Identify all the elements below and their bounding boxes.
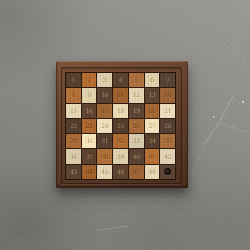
board-cell-4: 4 (113, 73, 128, 87)
cell-number: 13 (149, 92, 156, 98)
cell-number: 26 (133, 123, 140, 129)
board-cell-27: 27 (145, 119, 160, 133)
board-cell-38: 38 (97, 149, 112, 163)
board-cell-31: 31 (97, 134, 112, 148)
board-cell-28: 28 (160, 119, 175, 133)
cell-number: 3 (103, 77, 106, 83)
cell-number: 1 (72, 77, 75, 83)
board-cell-40: 40 (129, 149, 144, 163)
board-cell-15: 15 (66, 104, 81, 118)
board-cell-29: 29 (66, 134, 81, 148)
board-cell-39: 39 (113, 149, 128, 163)
board-cell-23: 23 (82, 119, 97, 133)
board-cell-8: 8 (66, 88, 81, 102)
cell-number: 4 (119, 77, 122, 83)
board-cell-37: 37 (82, 149, 97, 163)
photo-scene: 1234567891011121314151617181920212223242… (0, 0, 250, 250)
cell-number: 20 (149, 108, 156, 114)
cell-number: 17 (101, 108, 108, 114)
cell-number: 18 (117, 108, 124, 114)
board-grid: 1234567891011121314151617181920212223242… (65, 72, 176, 180)
board-cell-33: 33 (129, 134, 144, 148)
black-peg (164, 168, 171, 175)
board-cell-47: 47 (129, 165, 144, 179)
cell-number: 10 (101, 92, 108, 98)
cell-number: 11 (117, 92, 124, 98)
cell-number: 6 (150, 77, 153, 83)
cell-number: 22 (70, 123, 77, 129)
cell-number: 42 (164, 154, 171, 160)
wooden-number-board: 1234567891011121314151617181920212223242… (56, 61, 188, 188)
cell-number: 15 (70, 108, 77, 114)
cell-number: 37 (86, 154, 93, 160)
board-cell-25: 25 (113, 119, 128, 133)
board-cell-34: 34 (145, 134, 160, 148)
cell-number: 27 (149, 123, 156, 129)
cell-number: 24 (101, 123, 108, 129)
cell-number: 34 (149, 138, 156, 144)
board-cell-19: 19 (129, 104, 144, 118)
cell-number: 45 (101, 169, 108, 175)
cell-number: 2 (87, 77, 90, 83)
board-cell-43: 43 (66, 165, 81, 179)
board-cell-48: 48 (145, 165, 160, 179)
cell-number: 40 (133, 154, 140, 160)
cell-number: 9 (87, 92, 90, 98)
board-cell-9: 9 (82, 88, 97, 102)
cell-number: 38 (101, 154, 108, 160)
cell-number: 29 (70, 138, 77, 144)
board-cell-7: 7 (160, 73, 175, 87)
cell-number: 16 (86, 108, 93, 114)
cell-number: 12 (133, 92, 140, 98)
board-cell-13: 13 (145, 88, 160, 102)
board-cell-32: 32 (113, 134, 128, 148)
cell-number: 32 (117, 138, 124, 144)
board-cell-16: 16 (82, 104, 97, 118)
cell-number: 8 (72, 92, 75, 98)
board-cell-41: 41 (145, 149, 160, 163)
cell-number: 43 (70, 169, 77, 175)
board-cell-36: 36 (66, 149, 81, 163)
board-cell-22: 22 (66, 119, 81, 133)
cell-number: 39 (117, 154, 124, 160)
cell-number: 21 (164, 108, 171, 114)
board-cell-20: 20 (145, 104, 160, 118)
cell-number: 19 (133, 108, 140, 114)
cell-number: 48 (149, 169, 156, 175)
cell-number: 36 (70, 154, 77, 160)
board-cell-11: 11 (113, 88, 128, 102)
board-cell-42: 42 (160, 149, 175, 163)
board-cell-17: 17 (97, 104, 112, 118)
board-cell-26: 26 (129, 119, 144, 133)
board-cell-12: 12 (129, 88, 144, 102)
board-cell-3: 3 (97, 73, 112, 87)
board-cell-1: 1 (66, 73, 81, 87)
board-cell-30: 30 (82, 134, 97, 148)
cell-number: 28 (164, 123, 171, 129)
board-cell-49 (160, 165, 175, 179)
cell-number: 23 (86, 123, 93, 129)
board-cell-45: 45 (97, 165, 112, 179)
board-cell-6: 6 (145, 73, 160, 87)
cell-number: 44 (86, 169, 93, 175)
board-cell-46: 46 (113, 165, 128, 179)
board-cell-2: 2 (82, 73, 97, 87)
board-cell-24: 24 (97, 119, 112, 133)
board-cell-44: 44 (82, 165, 97, 179)
wall-speck (242, 101, 244, 103)
cell-number: 47 (133, 169, 140, 175)
board-cell-5: 5 (129, 73, 144, 87)
board-cell-10: 10 (97, 88, 112, 102)
cell-number: 7 (166, 77, 169, 83)
cell-number: 30 (86, 138, 93, 144)
cell-number: 35 (164, 138, 171, 144)
board-cell-35: 35 (160, 134, 175, 148)
cell-number: 31 (101, 138, 108, 144)
board-cell-21: 21 (160, 104, 175, 118)
board-cell-14: 14 (160, 88, 175, 102)
cell-number: 33 (133, 138, 140, 144)
cell-number: 41 (149, 154, 156, 160)
cell-number: 14 (164, 92, 171, 98)
cell-number: 46 (117, 169, 124, 175)
cell-number: 5 (134, 77, 137, 83)
board-cell-18: 18 (113, 104, 128, 118)
cell-number: 25 (117, 123, 124, 129)
wall-speck (213, 116, 215, 118)
